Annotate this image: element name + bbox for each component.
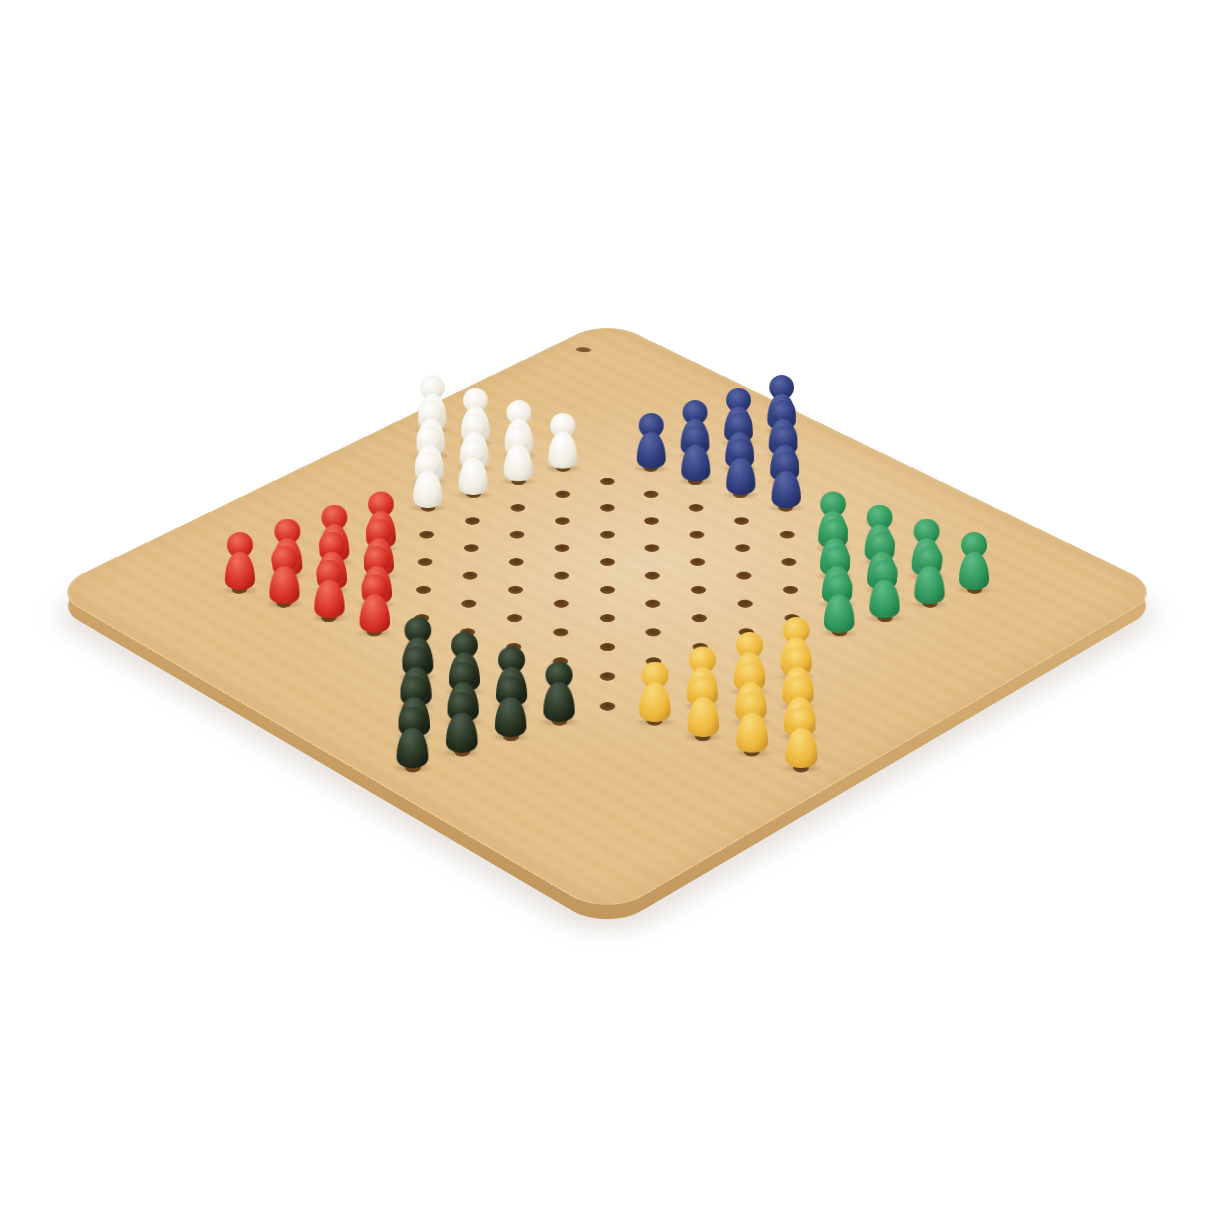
board-hole[interactable] (600, 478, 614, 485)
peg-body (785, 728, 817, 768)
board-hole[interactable] (781, 558, 796, 566)
peg-body (544, 682, 575, 722)
peg-white[interactable] (503, 426, 534, 482)
board-hole[interactable] (690, 531, 705, 539)
peg-red[interactable] (358, 574, 390, 633)
board-hole[interactable] (783, 586, 798, 594)
chinese-checkers-board (48, 320, 1165, 917)
peg-body (771, 471, 800, 508)
board-hole[interactable] (600, 504, 615, 512)
peg-blue[interactable] (636, 413, 667, 469)
peg-black[interactable] (396, 707, 430, 768)
board-hole[interactable] (645, 572, 660, 580)
peg-yellow[interactable] (638, 661, 671, 721)
peg-body (548, 432, 577, 469)
peg-black[interactable] (542, 661, 575, 721)
peg-white[interactable] (547, 413, 578, 469)
board-hole[interactable] (600, 531, 615, 539)
board-hole[interactable] (509, 531, 524, 539)
board-hole[interactable] (690, 558, 705, 566)
peg-body (915, 566, 945, 604)
peg-body (824, 594, 854, 633)
peg-body (687, 697, 718, 737)
board-hole[interactable] (554, 544, 569, 552)
peg-body (269, 566, 299, 604)
board-scene (0, 0, 1214, 1214)
board-hole[interactable] (646, 600, 661, 608)
peg-blue[interactable] (725, 438, 756, 494)
board-hole[interactable] (464, 544, 479, 552)
board-hole[interactable] (462, 572, 477, 580)
peg-body (959, 552, 989, 590)
board-hole[interactable] (780, 531, 795, 539)
board-hole[interactable] (599, 643, 614, 651)
board-hole[interactable] (599, 672, 614, 680)
board-hole[interactable] (644, 491, 659, 498)
board-hole[interactable] (689, 504, 704, 512)
board-hole[interactable] (508, 558, 523, 566)
board-hole[interactable] (600, 558, 615, 566)
board-hole[interactable] (554, 572, 569, 580)
peg-body (225, 552, 255, 590)
board-hole[interactable] (599, 614, 614, 622)
peg-body (397, 728, 429, 768)
peg-green[interactable] (914, 546, 946, 604)
board-hole[interactable] (419, 531, 434, 539)
peg-black[interactable] (494, 676, 528, 737)
peg-black[interactable] (445, 692, 479, 753)
board-hole[interactable] (555, 517, 570, 525)
peg-red[interactable] (268, 546, 300, 604)
peg-body (414, 471, 443, 508)
peg-body (639, 682, 670, 722)
peg-green[interactable] (869, 560, 901, 619)
peg-yellow[interactable] (784, 707, 818, 768)
peg-body (736, 713, 768, 753)
board-hole[interactable] (645, 544, 660, 552)
board-hole[interactable] (645, 517, 660, 525)
peg-white[interactable] (458, 438, 489, 494)
board-hole[interactable] (734, 517, 749, 525)
star-hole-field (184, 394, 1031, 815)
peg-green[interactable] (823, 574, 855, 633)
peg-body (314, 580, 344, 618)
peg-body (446, 713, 478, 753)
board-hole[interactable] (465, 517, 480, 525)
board-hole[interactable] (553, 600, 568, 608)
peg-body (637, 432, 666, 469)
peg-red[interactable] (313, 560, 345, 619)
board-hole[interactable] (691, 586, 706, 594)
peg-body (504, 445, 533, 482)
peg-red[interactable] (224, 532, 256, 590)
board-hole[interactable] (553, 628, 568, 636)
board-hole[interactable] (507, 614, 522, 622)
board-hole[interactable] (510, 504, 525, 512)
peg-blue[interactable] (770, 451, 801, 507)
peg-body (459, 458, 488, 495)
board-hole[interactable] (646, 628, 661, 636)
photo-backdrop (0, 0, 1214, 1214)
peg-body (681, 445, 710, 482)
wood-knot (575, 346, 592, 352)
board-hole[interactable] (461, 600, 476, 608)
peg-body (726, 458, 755, 495)
peg-blue[interactable] (680, 426, 711, 482)
board-hole[interactable] (738, 600, 753, 608)
board-hole[interactable] (416, 586, 431, 594)
board-hole[interactable] (736, 572, 751, 580)
peg-white[interactable] (413, 451, 444, 507)
peg-body (359, 594, 389, 633)
board-hole[interactable] (599, 702, 615, 711)
board-hole[interactable] (555, 491, 570, 498)
board-hole[interactable] (692, 614, 707, 622)
peg-green[interactable] (958, 532, 990, 590)
board-hole[interactable] (417, 558, 432, 566)
peg-body (495, 697, 526, 737)
peg-body (870, 580, 900, 618)
board-hole[interactable] (599, 586, 614, 594)
peg-yellow[interactable] (735, 692, 769, 753)
board-hole[interactable] (508, 586, 523, 594)
board-hole[interactable] (735, 544, 750, 552)
peg-yellow[interactable] (686, 676, 720, 737)
